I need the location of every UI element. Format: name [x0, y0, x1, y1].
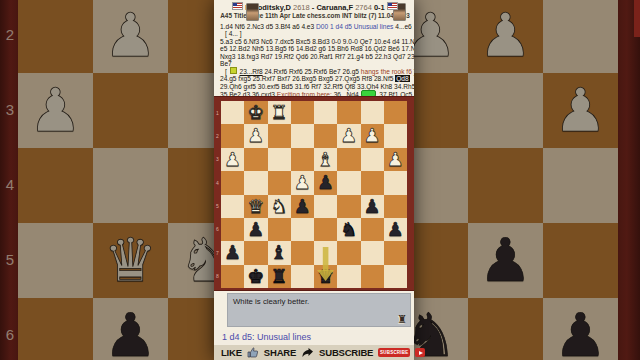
square-b7[interactable] [361, 241, 384, 264]
move-list: 1.d4 Nf6 2.Nc3 d5 3.Bf4 a6 4.e3 D00 1 d4… [220, 23, 410, 96]
annotation-marker-icon [230, 67, 237, 74]
evaluation-text: White is clearly better. [233, 297, 309, 306]
like-label[interactable]: LIKE [221, 347, 242, 358]
black-pawn[interactable]: ♟ [314, 171, 337, 194]
move-line: Be7 [220, 60, 410, 67]
white-pawn[interactable]: ♟ [337, 124, 360, 147]
square-a5[interactable] [384, 195, 407, 218]
square-g2[interactable]: ♟ [244, 124, 267, 147]
square-b4[interactable] [361, 171, 384, 194]
square-d7[interactable] [314, 241, 337, 264]
white-player-elo: 2618 [293, 3, 310, 12]
square-b6[interactable] [361, 218, 384, 241]
white-bishop[interactable]: ♝ [314, 148, 337, 171]
square-a7[interactable] [384, 241, 407, 264]
white-pawn[interactable]: ♟ [361, 124, 384, 147]
moves-text[interactable]: Be7 [220, 60, 232, 67]
square-c2[interactable]: ♟ [337, 124, 360, 147]
rank-label-8: 8 [214, 273, 221, 279]
black-player-elo: 2764 [355, 3, 372, 12]
square-e6[interactable] [291, 218, 314, 241]
black-pawn[interactable]: ♟ [384, 218, 407, 241]
square-d8[interactable]: ♛ [314, 265, 337, 288]
square-a3[interactable]: ♟ [384, 148, 407, 171]
move-line: e5 12.Bd2 Nh5 13.Bg5 f6 14.Bd2 g6 15.Bh6… [220, 45, 410, 52]
black-pawn[interactable]: ♟ [291, 195, 314, 218]
square-b2[interactable]: ♟ [361, 124, 384, 147]
square-f1[interactable]: ♜ [268, 101, 291, 124]
square-c8[interactable] [337, 265, 360, 288]
game-result: 0-1 [374, 3, 385, 12]
white-pawn[interactable]: ♟ [244, 124, 267, 147]
moves-text[interactable]: e5 12.Bd2 Nh5 13.Bg5 f6 14.Bd2 g6 15.Bh6… [220, 45, 414, 52]
black-bishop[interactable]: ♝ [268, 241, 291, 264]
square-f2[interactable] [268, 124, 291, 147]
square-f5[interactable]: ♞ [268, 195, 291, 218]
share-label[interactable]: SHARE [264, 347, 296, 358]
opening-classification[interactable]: D00 1 d4 d5 Unusual lines [316, 23, 393, 30]
square-e8[interactable] [291, 265, 314, 288]
moves-text[interactable]: 5.a3 c5 6.Nf3 Nc6 7.dxc5 Bxc5 8.Bd3 0-0 … [220, 38, 414, 45]
square-h4[interactable] [221, 171, 244, 194]
rank-label-3: 3 [214, 156, 221, 162]
black-king[interactable]: ♚ [244, 265, 267, 288]
moves-text[interactable]: 23...Rf8 [240, 68, 263, 75]
square-c1[interactable] [337, 101, 360, 124]
square-f4[interactable] [268, 171, 291, 194]
black-rook[interactable]: ♜ [268, 265, 291, 288]
square-c5[interactable] [337, 195, 360, 218]
black-queen[interactable]: ♛ [314, 265, 337, 288]
moves-text[interactable]: [ 4... ] [225, 30, 242, 37]
square-d2[interactable] [314, 124, 337, 147]
white-rook[interactable]: ♜ [268, 101, 291, 124]
square-g6[interactable]: ♟ [244, 218, 267, 241]
notation-panel: Naroditsky,D 2618 - Caruana,F 2764 0-1 A… [214, 0, 414, 96]
square-h6[interactable] [221, 218, 244, 241]
square-h7[interactable]: ♟ [221, 241, 244, 264]
square-f3[interactable] [268, 148, 291, 171]
square-c6[interactable]: ♞ [337, 218, 360, 241]
moves-text[interactable]: ] [412, 68, 414, 75]
black-pawn[interactable]: ♟ [361, 195, 384, 218]
square-c7[interactable] [337, 241, 360, 264]
square-a1[interactable] [384, 101, 407, 124]
square-d4[interactable]: ♟ [314, 171, 337, 194]
square-e1[interactable] [291, 101, 314, 124]
moves-text[interactable]: 29.Qh6 gxf5 30.exf5 Bd5 31.f6 Rf7 32.Rf5… [220, 83, 414, 90]
move-line: 1.d4 Nf6 2.Nc3 d5 3.Bf4 a6 4.e3 D00 1 d4… [220, 23, 410, 30]
square-h1[interactable] [221, 101, 244, 124]
black-knight[interactable]: ♞ [337, 218, 360, 241]
rank-label-1: 1 [214, 110, 221, 116]
square-e2[interactable] [291, 124, 314, 147]
title-separator: - [312, 3, 315, 12]
square-h2[interactable] [221, 124, 244, 147]
square-g3[interactable] [244, 148, 267, 171]
white-player-photo [246, 3, 259, 21]
move-line: [ 23...Rf8 24.Rxf6 Rxf6 25.Rxf6 Be7 26.g… [220, 67, 410, 75]
square-a8[interactable] [384, 265, 407, 288]
move-line: [ 4... ] [220, 30, 410, 37]
us-flag-icon [232, 2, 243, 10]
rank-label-7: 7 [214, 250, 221, 256]
moves-text[interactable]: 4...e6 [393, 23, 411, 30]
square-f7[interactable]: ♝ [268, 241, 291, 264]
black-pawn[interactable]: ♟ [244, 218, 267, 241]
move-line: 29.Qh6 gxf5 30.exf5 Bd5 31.f6 Rf7 32.Rf5… [220, 83, 410, 90]
subscribe-button[interactable]: SUBSCRIBE [378, 348, 410, 357]
square-a4[interactable] [384, 171, 407, 194]
square-g4[interactable] [244, 171, 267, 194]
white-pawn[interactable]: ♟ [291, 171, 314, 194]
moves-text[interactable]: [ [225, 68, 229, 75]
black-pawn[interactable]: ♟ [221, 241, 244, 264]
square-b1[interactable] [361, 101, 384, 124]
square-h3[interactable]: ♟ [221, 148, 244, 171]
square-e7[interactable] [291, 241, 314, 264]
square-d6[interactable] [314, 218, 337, 241]
square-b5[interactable]: ♟ [361, 195, 384, 218]
move-line: Nxg3 18.fxg3 Rd7 19.Rf2 Qd6 20.Raf1 Rf7 … [220, 53, 410, 60]
square-c4[interactable] [337, 171, 360, 194]
cta-bar: LIKE SHARE SUBSCRIBE SUBSCRIBE [214, 345, 414, 360]
rank-label-4: 4 [214, 180, 221, 186]
square-g7[interactable] [244, 241, 267, 264]
chess-pieces-icon: ♜ [397, 314, 407, 325]
move-line: 5.a3 c5 6.Nf3 Nc6 7.dxc5 Bxc5 8.Bd3 0-0 … [220, 38, 410, 45]
rank-label-5: 5 [214, 203, 221, 209]
square-g8[interactable]: ♚ [244, 265, 267, 288]
evaluation-box: White is clearly better. ♜ [227, 293, 411, 327]
moves-text[interactable]: 1.d4 Nf6 2.Nc3 d5 3.Bf4 a6 4.e3 [220, 23, 316, 30]
square-b3[interactable] [361, 148, 384, 171]
black-player-name: Caruana,F [316, 3, 353, 12]
share-arrow-icon[interactable] [301, 347, 314, 358]
video-frame: ♚♜♟♟♟♟♝♟♟♟♛♞♟♟♟♞♟♟♝♚♜♛ 12345678 Narodits… [0, 0, 640, 360]
current-move[interactable]: Qd8 [395, 75, 409, 82]
square-d1[interactable] [314, 101, 337, 124]
square-e3[interactable] [291, 148, 314, 171]
rank-label-2: 2 [214, 133, 221, 139]
moves-text[interactable]: 24.g5 fxg5 25.Rxf7 Bxf7 26.Bxg5 Bxg5 27.… [220, 75, 395, 82]
square-g1[interactable]: ♚ [244, 101, 267, 124]
square-a6[interactable]: ♟ [384, 218, 407, 241]
square-h8[interactable] [221, 265, 244, 288]
rank-label-6: 6 [214, 226, 221, 232]
thumbs-up-icon[interactable] [247, 347, 259, 358]
annotation-text: hangs the rook f6 [361, 68, 412, 75]
square-e5[interactable]: ♟ [291, 195, 314, 218]
moves-text[interactable]: 24.Rxf6 Rxf6 25.Rxf6 Be7 26.g5 [263, 68, 361, 75]
square-c3[interactable] [337, 148, 360, 171]
us-flag-icon [387, 2, 398, 10]
opening-name: 1 d4 d5: Unusual lines [214, 330, 414, 345]
square-h5[interactable] [221, 195, 244, 218]
square-e4[interactable]: ♟ [291, 171, 314, 194]
chess-board-frame: 12345678 ♚♜♟♟♟♟♝♟♟♟♛♞♟♟♟♞♟♟♝♚♜♛ [214, 96, 414, 291]
foreground-panel: Naroditsky,D 2618 - Caruana,F 2764 0-1 A… [214, 0, 414, 360]
evaluation-panel: White is clearly better. ♜ [214, 291, 414, 330]
square-f6[interactable] [268, 218, 291, 241]
square-g5[interactable]: ♛ [244, 195, 267, 218]
white-king[interactable]: ♚ [244, 101, 267, 124]
white-queen[interactable]: ♛ [244, 195, 267, 218]
square-b8[interactable] [361, 265, 384, 288]
youtube-icon[interactable] [415, 348, 425, 357]
white-knight[interactable]: ♞ [268, 195, 291, 218]
chess-board: ♚♜♟♟♟♟♝♟♟♟♛♞♟♟♟♞♟♟♝♚♜♛ [221, 101, 407, 288]
move-line: 24.g5 fxg5 25.Rxf7 Bxf7 26.Bxg5 Bxg5 27.… [220, 75, 410, 82]
subscribe-label[interactable]: SUBSCRIBE [319, 347, 373, 358]
square-a2[interactable] [384, 124, 407, 147]
square-d3[interactable]: ♝ [314, 148, 337, 171]
square-d5[interactable] [314, 195, 337, 218]
moves-text[interactable]: Nxg3 18.fxg3 Rd7 19.Rf2 Qd6 20.Raf1 Rf7 … [220, 53, 414, 60]
game-header: Naroditsky,D 2618 - Caruana,F 2764 0-1 A… [220, 2, 410, 20]
square-f8[interactable]: ♜ [268, 265, 291, 288]
white-pawn[interactable]: ♟ [384, 148, 407, 171]
white-pawn[interactable]: ♟ [221, 148, 244, 171]
